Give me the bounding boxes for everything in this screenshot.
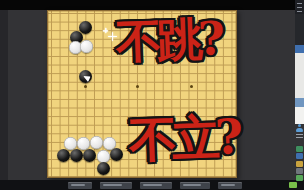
dock-icon-2[interactable] — [296, 153, 303, 159]
dock-icon-4[interactable] — [296, 168, 303, 174]
window-titlebar — [295, 45, 304, 53]
taskbar-window-button-3[interactable] — [140, 182, 172, 189]
stone-white-D16 — [80, 40, 93, 53]
taskbar-window-button-1[interactable] — [68, 182, 92, 189]
star-point — [84, 85, 87, 88]
taskbar — [0, 180, 304, 190]
stone-black-D13 — [79, 70, 92, 83]
star-point — [190, 85, 193, 88]
taskbar-button-label-sliver — [183, 184, 201, 186]
window-panel — [295, 53, 304, 98]
contact-person-icon[interactable] — [296, 124, 303, 132]
window-text-sliver — [297, 3, 302, 4]
taskbar-button-label-sliver — [143, 184, 162, 186]
desktop-background: 不跳? 不立? — [0, 10, 304, 180]
window-band — [295, 98, 304, 107]
stone-white-C4 — [64, 137, 77, 150]
left-edge-shade — [0, 10, 8, 180]
desktop-right-strip — [295, 0, 304, 190]
stone-black-E2 — [97, 162, 110, 175]
dock-icon-5[interactable] — [296, 175, 303, 181]
stone-black-D3 — [83, 149, 96, 162]
stone-black-B3 — [57, 149, 70, 162]
window-text-sliver — [297, 7, 302, 8]
stone-white-E3 — [97, 150, 110, 163]
taskbar-window-button-4[interactable] — [180, 182, 210, 189]
star-point — [136, 85, 139, 88]
taskbar-window-button-2[interactable] — [100, 182, 132, 189]
stone-white-E4 — [90, 136, 103, 149]
contact-label-sliver — [296, 134, 303, 135]
dock-icon-3[interactable] — [296, 161, 303, 167]
stone-white-D4 — [77, 137, 90, 150]
contact-label-sliver — [296, 137, 303, 138]
taskbar-window-button-5[interactable] — [218, 182, 242, 189]
dock-icon-1[interactable] — [296, 146, 303, 152]
taskbar-button-label-sliver — [71, 184, 85, 186]
screen: 不跳? 不立? — [0, 0, 304, 190]
contact-person-body — [296, 128, 303, 133]
letterbox-top — [0, 0, 304, 10]
contact-person-head — [298, 124, 301, 127]
taskbar-button-label-sliver — [221, 184, 235, 186]
stone-black-C3 — [70, 149, 83, 162]
window-panel-2 — [295, 107, 304, 124]
window-text-sliver — [297, 11, 302, 12]
overlay-bottom-text: 不立? — [128, 112, 239, 164]
window-body — [295, 14, 304, 45]
stone-black-F3 — [110, 148, 123, 161]
overlay-top-text: 不跳? — [115, 15, 220, 65]
taskbar-button-label-sliver — [103, 184, 122, 186]
